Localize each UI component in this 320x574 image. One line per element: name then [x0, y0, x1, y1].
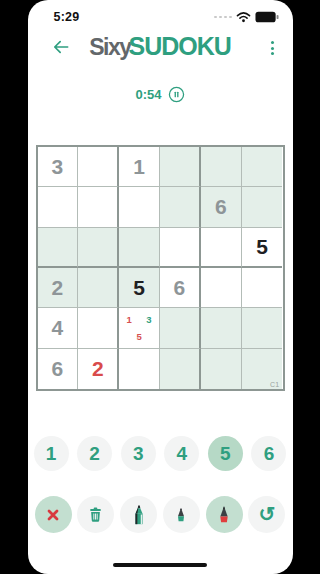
- cell-r5c1[interactable]: 4: [38, 308, 79, 348]
- cell-r3c3[interactable]: [119, 228, 160, 268]
- toolbar: ↺: [28, 496, 293, 533]
- cell-r2c2[interactable]: [78, 187, 119, 227]
- cell-r4c4[interactable]: 6: [160, 268, 201, 308]
- cell-r5c4[interactable]: [160, 308, 201, 348]
- cell-r1c2[interactable]: [78, 147, 119, 187]
- cell-r2c6[interactable]: [242, 187, 283, 227]
- numpad-button-4[interactable]: 4: [164, 436, 199, 471]
- cell-r1c6[interactable]: [242, 147, 283, 187]
- signal-dots-icon: [214, 16, 232, 19]
- pause-button[interactable]: [168, 86, 185, 103]
- cell-r2c1[interactable]: [38, 187, 79, 227]
- x-icon: [45, 507, 61, 523]
- cell-r1c3[interactable]: 1: [119, 147, 160, 187]
- kebab-menu-icon: [271, 41, 274, 44]
- sudoku-grid: 3165256413562C1: [36, 145, 285, 391]
- cell-r4c3[interactable]: 5: [119, 268, 160, 308]
- cell-r4c2[interactable]: [78, 268, 119, 308]
- header: SixySUDOKU: [28, 32, 293, 66]
- cell-r3c2[interactable]: [78, 228, 119, 268]
- big-number-pen-button[interactable]: [120, 496, 157, 533]
- app-screen: 5:29 SixySUDOKU 0:54: [28, 0, 293, 574]
- given-digit: 6: [52, 358, 64, 379]
- cell-r1c4[interactable]: [160, 147, 201, 187]
- erase-all-button[interactable]: [77, 496, 114, 533]
- cell-r6c5[interactable]: [201, 349, 242, 389]
- overflow-menu-button[interactable]: [263, 37, 283, 59]
- cell-r6c2[interactable]: 2: [78, 349, 119, 389]
- user-digit: 5: [133, 277, 145, 298]
- numpad-button-1[interactable]: 1: [34, 436, 69, 471]
- given-digit: 6: [174, 277, 186, 298]
- numpad-button-5[interactable]: 5: [208, 436, 243, 471]
- cell-r4c6[interactable]: [242, 268, 283, 308]
- cell-r2c5[interactable]: 6: [201, 187, 242, 227]
- clock-time: 5:29: [54, 10, 80, 24]
- cell-r1c5[interactable]: [201, 147, 242, 187]
- status-icons: [214, 11, 279, 23]
- big-pen-icon: [128, 504, 150, 526]
- given-digit: 4: [52, 317, 64, 338]
- timer-value: 0:54: [135, 87, 161, 102]
- given-digit: 6: [215, 196, 227, 217]
- cell-r1c1[interactable]: 3: [38, 147, 79, 187]
- status-bar: 5:29: [28, 0, 293, 28]
- number-pad: 123456: [28, 436, 293, 471]
- cell-r5c6[interactable]: [242, 308, 283, 348]
- cell-r6c1[interactable]: 6: [38, 349, 79, 389]
- cell-r2c3[interactable]: [119, 187, 160, 227]
- given-digit: 2: [52, 277, 64, 298]
- cell-r6c4[interactable]: [160, 349, 201, 389]
- given-digit: 1: [133, 156, 145, 177]
- undo-button[interactable]: ↺: [248, 496, 285, 533]
- cell-r3c5[interactable]: [201, 228, 242, 268]
- cell-r6c3[interactable]: [119, 349, 160, 389]
- pencil-marks: 135: [124, 311, 154, 344]
- pause-icon: [168, 86, 185, 103]
- cell-r3c1[interactable]: [38, 228, 79, 268]
- app-logo: SixySUDOKU: [28, 32, 293, 61]
- user-digit: 5: [256, 236, 268, 257]
- numpad-button-3[interactable]: 3: [121, 436, 156, 471]
- cell-r2c4[interactable]: [160, 187, 201, 227]
- battery-icon: [255, 11, 279, 23]
- error-digit: 2: [92, 358, 104, 379]
- cell-r4c1[interactable]: 2: [38, 268, 79, 308]
- cell-r5c5[interactable]: [201, 308, 242, 348]
- logo-sudoku: SUDOKU: [128, 32, 230, 60]
- numpad-button-2[interactable]: 2: [77, 436, 112, 471]
- logo-sixy: Sixy: [89, 34, 130, 60]
- clear-cell-button[interactable]: [35, 496, 72, 533]
- trash-icon: [86, 505, 105, 524]
- cell-r5c2[interactable]: [78, 308, 119, 348]
- puzzle-id-label: C1: [270, 381, 280, 388]
- cell-r5c3[interactable]: 135: [119, 308, 160, 348]
- pencil-icon: [171, 505, 191, 525]
- numpad-button-6[interactable]: 6: [251, 436, 286, 471]
- home-indicator[interactable]: [113, 563, 207, 568]
- given-digit: 3: [52, 156, 64, 177]
- wifi-icon: [236, 11, 251, 23]
- pencil-marks-button[interactable]: [163, 496, 200, 533]
- timer-row: 0:54: [28, 86, 293, 103]
- undo-icon: ↺: [259, 504, 276, 524]
- cell-r4c5[interactable]: [201, 268, 242, 308]
- cell-r3c4[interactable]: [160, 228, 201, 268]
- red-pencil-marks-button[interactable]: [206, 496, 243, 533]
- cell-r3c6[interactable]: 5: [242, 228, 283, 268]
- red-pencil-icon: [213, 504, 235, 526]
